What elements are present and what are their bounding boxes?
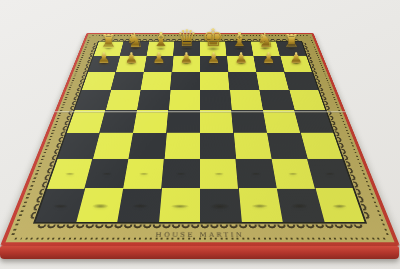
piece-f8-gold-bishop[interactable]: ♝	[230, 31, 248, 51]
piece-g2-silver-pawn[interactable]: ♟	[284, 155, 302, 175]
piece-c7-gold-pawn[interactable]: ♟	[152, 50, 165, 65]
piece-a1-silver-rook[interactable]: ♜	[48, 180, 73, 208]
piece-h2-silver-pawn[interactable]: ♟	[321, 155, 339, 175]
piece-a2-silver-pawn[interactable]: ♟	[61, 155, 79, 175]
piece-c8-gold-bishop[interactable]: ♝	[152, 31, 170, 51]
piece-d8-gold-queen[interactable]: ♛	[177, 27, 198, 50]
pieces-layer: ♜♞♝♛♚♝♞♜♟♟♟♟♟♟♟♟♟♟♟♟♟♟♟♟♜♞♝♛♚♝♞♜	[0, 0, 400, 269]
piece-d1-silver-queen[interactable]: ♛	[164, 173, 196, 208]
piece-b2-silver-pawn[interactable]: ♟	[98, 155, 116, 175]
piece-c1-silver-bishop[interactable]: ♝	[127, 178, 154, 208]
piece-g1-silver-knight[interactable]: ♞	[286, 178, 313, 209]
piece-e1-silver-king[interactable]: ♚	[203, 172, 237, 209]
piece-g7-gold-pawn[interactable]: ♟	[262, 50, 275, 65]
piece-h1-silver-rook[interactable]: ♜	[327, 180, 352, 208]
piece-e7-gold-pawn[interactable]: ♟	[207, 50, 220, 65]
board-photo-scene: HOUSE MARTIN ♜♞♝♛♚♝♞♜♟♟♟♟♟♟♟♟♟♟♟♟♟♟♟♟♜♞♝…	[0, 0, 400, 269]
piece-f7-gold-pawn[interactable]: ♟	[235, 50, 248, 65]
piece-d7-gold-pawn[interactable]: ♟	[180, 50, 193, 65]
piece-e8-gold-king[interactable]: ♚	[202, 26, 224, 51]
piece-a7-gold-pawn[interactable]: ♟	[97, 50, 110, 65]
piece-b1-silver-knight[interactable]: ♞	[87, 178, 114, 209]
piece-h7-gold-pawn[interactable]: ♟	[290, 50, 303, 65]
piece-g8-gold-knight[interactable]: ♞	[256, 30, 274, 50]
piece-f1-silver-bishop[interactable]: ♝	[246, 178, 273, 208]
piece-c2-silver-pawn[interactable]: ♟	[135, 155, 153, 175]
piece-b8-gold-knight[interactable]: ♞	[126, 30, 144, 50]
piece-f2-silver-pawn[interactable]: ♟	[247, 155, 265, 175]
piece-b7-gold-pawn[interactable]: ♟	[125, 50, 138, 65]
